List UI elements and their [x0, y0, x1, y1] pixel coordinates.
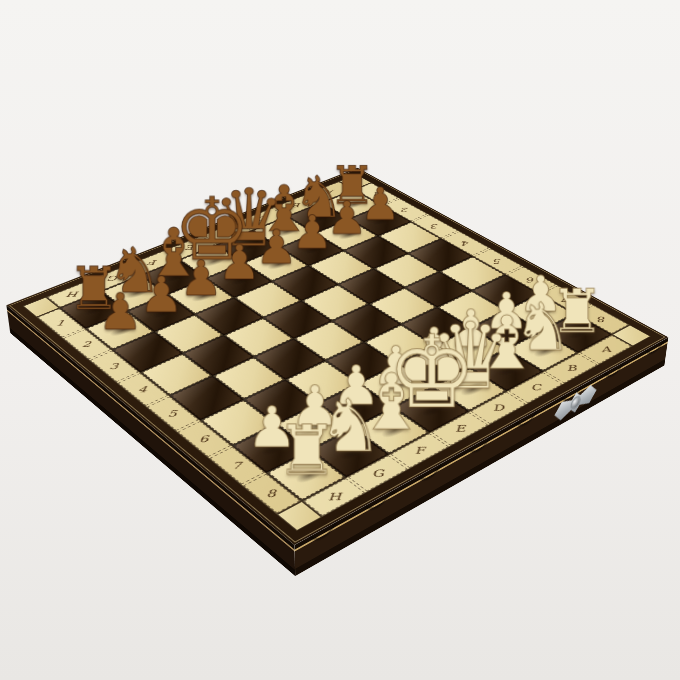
file-far-label-text: C [258, 215, 267, 222]
rank-right-label-text: 3 [431, 223, 440, 230]
rank-right-label-text: 4 [461, 240, 470, 247]
rook-icon: ♜ [225, 415, 387, 484]
file-far-label-text: A [326, 189, 335, 195]
rank-left-label-text: 2 [82, 340, 92, 349]
file-far-label-text: F [148, 259, 158, 266]
photo-scene: HGFEDCBA HGFEDCBA 12345678 12345678 ♜♞♝♛… [0, 0, 680, 680]
file-far-label-text: B [293, 202, 302, 209]
rank-right-label-text: 2 [401, 206, 409, 213]
pawn-icon: ♟ [49, 287, 190, 337]
rank-right-label-text: 1 [373, 191, 381, 197]
file-far-label-text: E [186, 244, 195, 251]
rank-left-label-text: 4 [138, 384, 148, 394]
file-far-label-text: G [108, 274, 119, 282]
rank-left-label-text: 8 [267, 487, 277, 499]
file-near-label-text: H [327, 491, 341, 503]
clasp-screw-icon [572, 396, 580, 409]
file-far-label-text: D [222, 229, 232, 236]
